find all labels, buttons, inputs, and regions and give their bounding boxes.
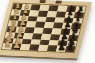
black-chess-piece: ♞	[68, 40, 77, 45]
hinge-icon	[55, 0, 62, 3]
square[interactable]: ♜	[65, 46, 75, 52]
chess-set-photo: ♜♟♟♜♞♟♟♞♝♟♟♝♛♟♟♛♚♟♟♚♝♟♟♝♞♟♟♞♜♟♟♜	[0, 0, 95, 63]
board-grid: ♜♟♟♜♞♟♟♞♝♟♟♝♛♟♟♛♚♟♟♚♝♟♟♝♞♟♟♞♜♟♟♜	[1, 3, 87, 54]
hinge-icon	[39, 0, 46, 3]
black-chess-piece: ♜	[66, 45, 75, 50]
black-chess-piece: ♜	[76, 6, 85, 11]
black-chess-piece: ♚	[70, 28, 79, 33]
black-chess-piece: ♝	[69, 34, 78, 39]
black-chess-piece: ♞	[75, 11, 84, 16]
black-chess-piece: ♛	[72, 23, 81, 28]
black-chess-piece: ♝	[73, 17, 82, 22]
chess-board: ♜♟♟♜♞♟♟♞♝♟♟♝♛♟♟♛♚♟♟♚♝♟♟♝♞♟♟♞♜♟♟♜	[0, 0, 92, 58]
